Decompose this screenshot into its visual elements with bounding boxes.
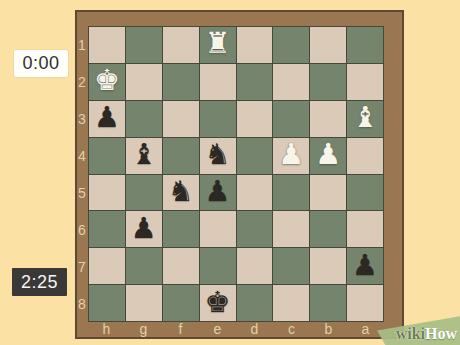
rank-label-6: 6 (76, 211, 88, 248)
square-a5[interactable] (347, 175, 383, 211)
square-b5[interactable] (310, 175, 346, 211)
file-label-e: e (199, 320, 236, 337)
square-a8[interactable] (347, 285, 383, 321)
square-b1[interactable] (310, 27, 346, 63)
square-g8[interactable] (126, 285, 162, 321)
square-a1[interactable] (347, 27, 383, 63)
black-knight: ♞ (168, 177, 194, 206)
square-h7[interactable] (89, 248, 125, 284)
square-c7[interactable] (273, 248, 309, 284)
file-label-a: a (347, 320, 384, 337)
rank-label-2: 2 (76, 63, 88, 100)
square-f5[interactable]: ♞ (163, 175, 199, 211)
square-h2[interactable]: ♚ (89, 64, 125, 100)
square-e2[interactable] (200, 64, 236, 100)
rank-label-3: 3 (76, 100, 88, 137)
square-e5[interactable]: ♟ (200, 175, 236, 211)
white-pawn: ♟ (315, 140, 341, 169)
board-grid: ♜♚♟♝♝♞♟♟♞♟♟♟♚ (88, 26, 384, 322)
file-label-b: b (310, 320, 347, 337)
file-label-c: c (273, 320, 310, 337)
square-c5[interactable] (273, 175, 309, 211)
square-d5[interactable] (237, 175, 273, 211)
square-g4[interactable]: ♝ (126, 138, 162, 174)
black-pawn: ♟ (131, 214, 157, 243)
square-f6[interactable] (163, 211, 199, 247)
square-d2[interactable] (237, 64, 273, 100)
square-f3[interactable] (163, 101, 199, 137)
square-f8[interactable] (163, 285, 199, 321)
file-labels: hgfedcba (88, 320, 384, 337)
square-e3[interactable] (200, 101, 236, 137)
square-g2[interactable] (126, 64, 162, 100)
square-b6[interactable] (310, 211, 346, 247)
rank-label-8: 8 (76, 285, 88, 322)
square-d7[interactable] (237, 248, 273, 284)
black-bishop: ♝ (131, 140, 157, 169)
square-h8[interactable] (89, 285, 125, 321)
square-g6[interactable]: ♟ (126, 211, 162, 247)
square-b8[interactable] (310, 285, 346, 321)
square-g3[interactable] (126, 101, 162, 137)
square-b2[interactable] (310, 64, 346, 100)
square-c6[interactable] (273, 211, 309, 247)
rank-label-5: 5 (76, 174, 88, 211)
square-c3[interactable] (273, 101, 309, 137)
square-e1[interactable]: ♜ (200, 27, 236, 63)
square-e4[interactable]: ♞ (200, 138, 236, 174)
square-h5[interactable] (89, 175, 125, 211)
square-a7[interactable]: ♟ (347, 248, 383, 284)
square-f1[interactable] (163, 27, 199, 63)
wikihow-watermark-how: How (425, 325, 457, 343)
square-e7[interactable] (200, 248, 236, 284)
file-label-f: f (162, 320, 199, 337)
square-c8[interactable] (273, 285, 309, 321)
square-d6[interactable] (237, 211, 273, 247)
file-label-g: g (125, 320, 162, 337)
black-pawn: ♟ (352, 251, 378, 280)
square-c1[interactable] (273, 27, 309, 63)
square-d8[interactable] (237, 285, 273, 321)
white-rook: ♜ (205, 29, 231, 58)
square-b3[interactable] (310, 101, 346, 137)
square-d4[interactable] (237, 138, 273, 174)
file-label-h: h (88, 320, 125, 337)
square-g7[interactable] (126, 248, 162, 284)
square-b4[interactable]: ♟ (310, 138, 346, 174)
square-d1[interactable] (237, 27, 273, 63)
black-clock: 2:25 (12, 268, 67, 296)
black-knight: ♞ (205, 140, 231, 169)
square-h1[interactable] (89, 27, 125, 63)
wikihow-watermark-wiki: wiki (396, 325, 425, 343)
square-e8[interactable]: ♚ (200, 285, 236, 321)
rank-labels: 12345678 (76, 26, 88, 322)
square-f4[interactable] (163, 138, 199, 174)
square-f2[interactable] (163, 64, 199, 100)
square-e6[interactable] (200, 211, 236, 247)
white-king: ♚ (94, 66, 120, 95)
square-a4[interactable] (347, 138, 383, 174)
square-g5[interactable] (126, 175, 162, 211)
black-pawn: ♟ (205, 177, 231, 206)
square-g1[interactable] (126, 27, 162, 63)
rank-label-1: 1 (76, 26, 88, 63)
square-h6[interactable] (89, 211, 125, 247)
black-pawn: ♟ (94, 103, 120, 132)
square-h4[interactable] (89, 138, 125, 174)
chess-board: 12345678 ♜♚♟♝♝♞♟♟♞♟♟♟♚ hgfedcba (75, 10, 404, 339)
square-a3[interactable]: ♝ (347, 101, 383, 137)
white-pawn: ♟ (278, 140, 304, 169)
rank-label-7: 7 (76, 248, 88, 285)
square-a2[interactable] (347, 64, 383, 100)
square-d3[interactable] (237, 101, 273, 137)
square-h3[interactable]: ♟ (89, 101, 125, 137)
square-c2[interactable] (273, 64, 309, 100)
square-c4[interactable]: ♟ (273, 138, 309, 174)
white-bishop: ♝ (352, 103, 378, 132)
black-king: ♚ (205, 288, 231, 317)
square-a6[interactable] (347, 211, 383, 247)
rank-label-4: 4 (76, 137, 88, 174)
square-f7[interactable] (163, 248, 199, 284)
white-clock: 0:00 (14, 50, 68, 77)
square-b7[interactable] (310, 248, 346, 284)
file-label-d: d (236, 320, 273, 337)
